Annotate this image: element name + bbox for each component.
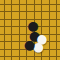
- grid-line-vertical-2: [19, 0, 20, 60]
- grid-line-vertical-0: [4, 0, 5, 60]
- black-stone: ●: [25, 40, 34, 49]
- white-stone: ●: [34, 42, 43, 51]
- grid-line-horizontal-0: [0, 4, 60, 5]
- grid-line-vertical-1: [11, 0, 12, 60]
- grid-line-vertical-6: [49, 0, 50, 60]
- grid-line-horizontal-7: [0, 56, 60, 57]
- grid-line-vertical-7: [56, 0, 57, 60]
- go-board[interactable]: ●●●●●: [0, 0, 60, 60]
- grid-line-horizontal-1: [0, 11, 60, 12]
